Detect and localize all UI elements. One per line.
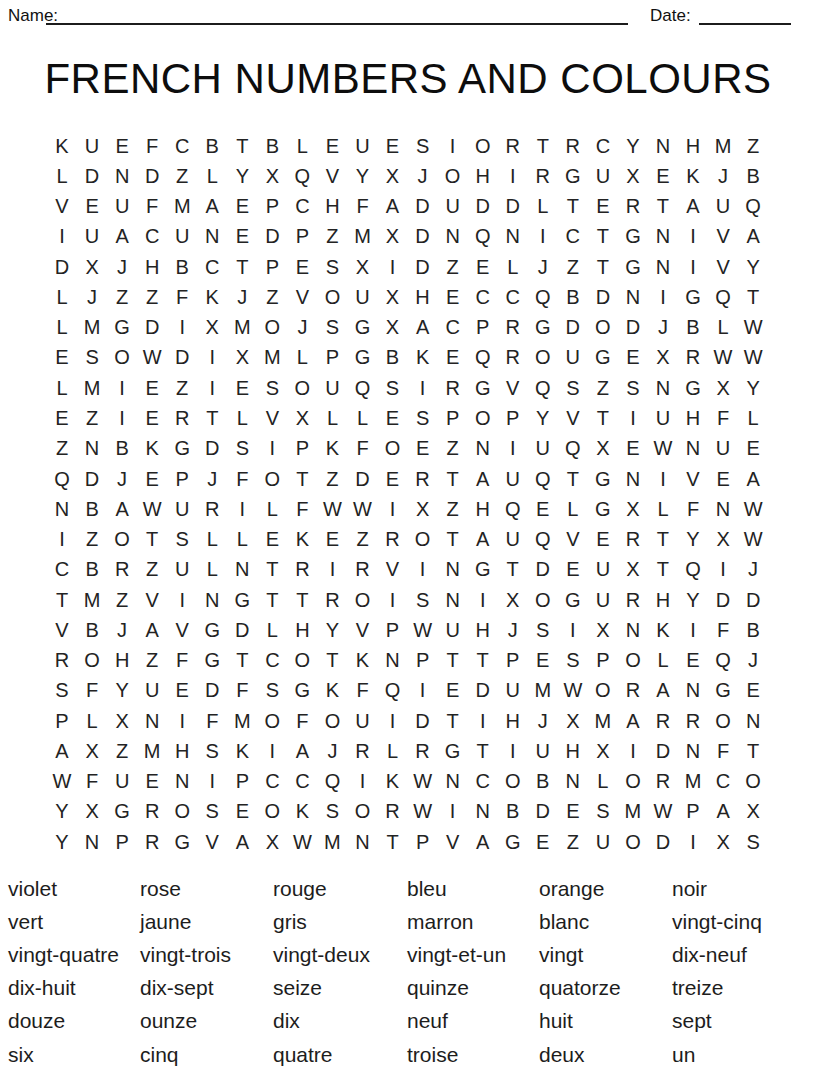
grid-cell: N [47, 494, 77, 524]
grid-cell: D [618, 313, 648, 343]
grid-cell: E [588, 524, 618, 554]
word-list-item: sept [672, 1009, 816, 1033]
grid-cell: E [47, 403, 77, 433]
grid-cell: Q [528, 524, 558, 554]
grid-cell: X [588, 736, 618, 766]
grid-cell: U [558, 343, 588, 373]
grid-cell: U [107, 192, 137, 222]
grid-cell: P [287, 222, 317, 252]
grid-cell: P [257, 252, 287, 282]
grid-cell: U [648, 403, 678, 433]
grid-cell: M [77, 585, 107, 615]
grid-cell: J [107, 464, 137, 494]
grid-cell: V [708, 222, 738, 252]
grid-cell: D [408, 222, 438, 252]
word-list-item: six [8, 1043, 140, 1067]
grid-cell: Q [528, 464, 558, 494]
word-list-item: vingt-cinq [672, 910, 816, 934]
grid-cell: O [438, 161, 468, 191]
grid-cell: Y [107, 676, 137, 706]
grid-cell: T [378, 827, 408, 857]
grid-cell: L [257, 615, 287, 645]
grid-cell: I [468, 706, 498, 736]
grid-cell: L [378, 736, 408, 766]
grid-cell: T [227, 646, 257, 676]
grid-cell: R [197, 494, 227, 524]
grid-cell: D [137, 313, 167, 343]
grid-cell: Z [77, 524, 107, 554]
grid-cell: E [528, 827, 558, 857]
grid-cell: L [47, 282, 77, 312]
grid-cell: T [438, 646, 468, 676]
grid-cell: A [738, 464, 768, 494]
grid-cell: T [588, 222, 618, 252]
grid-cell: E [227, 192, 257, 222]
word-list-item: vert [8, 910, 140, 934]
word-list-item: deux [539, 1043, 672, 1067]
word-list-item: noir [672, 877, 816, 901]
grid-cell: I [167, 585, 197, 615]
grid-cell: Z [347, 524, 377, 554]
grid-cell: K [648, 615, 678, 645]
grid-cell: Z [558, 827, 588, 857]
grid-cell: L [47, 161, 77, 191]
grid-cell: O [588, 313, 618, 343]
grid-cell: C [47, 555, 77, 585]
grid-cell: S [408, 131, 438, 161]
grid-cell: B [77, 494, 107, 524]
grid-cell: Q [378, 676, 408, 706]
grid-cell: T [588, 252, 618, 282]
grid-cell: O [317, 706, 347, 736]
grid-cell: L [77, 706, 107, 736]
grid-cell: C [137, 222, 167, 252]
grid-cell: Z [107, 585, 137, 615]
grid-cell: B [558, 282, 588, 312]
grid-cell: M [708, 131, 738, 161]
grid-cell: I [317, 555, 347, 585]
grid-cell: X [347, 252, 377, 282]
grid-cell: N [438, 767, 468, 797]
grid-cell: A [107, 494, 137, 524]
grid-cell: X [257, 161, 287, 191]
grid-cell: D [588, 282, 618, 312]
grid-cell: B [77, 615, 107, 645]
grid-cell: A [468, 827, 498, 857]
grid-cell: O [528, 343, 558, 373]
grid-cell: A [648, 676, 678, 706]
grid-cell: R [558, 131, 588, 161]
grid-cell: G [468, 373, 498, 403]
grid-cell: I [47, 524, 77, 554]
grid-cell: S [257, 373, 287, 403]
grid-cell: L [738, 403, 768, 433]
grid-cell: B [197, 131, 227, 161]
grid-cell: K [137, 434, 167, 464]
grid-cell: O [588, 676, 618, 706]
grid-cell: X [618, 555, 648, 585]
grid-cell: E [137, 403, 167, 433]
grid-cell: W [137, 343, 167, 373]
grid-cell: D [648, 827, 678, 857]
grid-cell: L [528, 192, 558, 222]
grid-cell: R [438, 373, 468, 403]
grid-cell: O [378, 434, 408, 464]
grid-cell: T [227, 131, 257, 161]
grid-cell: U [317, 373, 347, 403]
grid-cell: U [167, 494, 197, 524]
grid-cell: Q [468, 222, 498, 252]
grid-cell: Z [107, 282, 137, 312]
grid-cell: R [378, 797, 408, 827]
grid-cell: D [498, 192, 528, 222]
grid-cell: T [137, 524, 167, 554]
grid-cell: W [738, 524, 768, 554]
grid-cell: S [558, 646, 588, 676]
grid-cell: X [227, 343, 257, 373]
grid-cell: U [588, 161, 618, 191]
grid-cell: V [347, 615, 377, 645]
grid-cell: E [618, 434, 648, 464]
grid-cell: B [738, 615, 768, 645]
grid-cell: A [738, 222, 768, 252]
grid-cell: G [167, 827, 197, 857]
grid-cell: D [468, 676, 498, 706]
grid-cell: E [167, 676, 197, 706]
grid-cell: W [47, 767, 77, 797]
grid-cell: H [678, 403, 708, 433]
grid-cell: E [528, 646, 558, 676]
grid-cell: I [408, 676, 438, 706]
grid-cell: X [588, 615, 618, 645]
grid-cell: E [287, 252, 317, 282]
grid-cell: S [558, 373, 588, 403]
grid-cell: J [738, 646, 768, 676]
grid-cell: S [317, 252, 347, 282]
grid-cell: F [287, 494, 317, 524]
grid-cell: L [648, 494, 678, 524]
grid-cell: R [618, 192, 648, 222]
grid-cell: T [468, 736, 498, 766]
grid-cell: B [678, 313, 708, 343]
grid-cell: I [678, 827, 708, 857]
grid-cell: Q [678, 555, 708, 585]
grid-cell: O [738, 767, 768, 797]
grid-cell: B [107, 434, 137, 464]
grid-cell: X [77, 736, 107, 766]
grid-cell: U [137, 676, 167, 706]
grid-cell: F [197, 706, 227, 736]
grid-cell: I [498, 736, 528, 766]
grid-cell: D [227, 615, 257, 645]
grid-cell: O [468, 131, 498, 161]
grid-cell: S [588, 797, 618, 827]
grid-cell: R [137, 797, 167, 827]
grid-cell: I [708, 555, 738, 585]
grid-cell: N [648, 373, 678, 403]
grid-cell: N [227, 555, 257, 585]
grid-cell: J [77, 282, 107, 312]
grid-cell: L [197, 555, 227, 585]
grid-cell: P [107, 827, 137, 857]
grid-cell: Y [738, 373, 768, 403]
grid-cell: R [498, 131, 528, 161]
grid-cell: E [317, 131, 347, 161]
grid-cell: D [408, 252, 438, 282]
grid-cell: V [47, 192, 77, 222]
word-list-item: treize [672, 976, 816, 1000]
grid-cell: O [468, 403, 498, 433]
grid-cell: I [107, 403, 137, 433]
word-list-item: vingt-deux [273, 943, 407, 967]
grid-cell: N [648, 222, 678, 252]
grid-cell: I [378, 706, 408, 736]
grid-cell: W [738, 343, 768, 373]
grid-cell: H [137, 252, 167, 282]
grid-cell: E [438, 676, 468, 706]
grid-cell: O [618, 646, 648, 676]
grid-cell: F [167, 282, 197, 312]
grid-cell: N [738, 706, 768, 736]
grid-cell: R [618, 676, 648, 706]
grid-cell: L [227, 524, 257, 554]
grid-cell: M [77, 373, 107, 403]
grid-cell: R [378, 524, 408, 554]
grid-cell: R [347, 555, 377, 585]
grid-cell: X [77, 797, 107, 827]
grid-cell: I [167, 706, 197, 736]
grid-cell: O [618, 767, 648, 797]
grid-cell: S [167, 524, 197, 554]
word-list-item: jaune [140, 910, 273, 934]
name-blank-line [46, 1, 628, 25]
grid-cell: J [317, 736, 347, 766]
grid-cell: N [137, 706, 167, 736]
grid-cell: I [498, 434, 528, 464]
grid-cell: F [137, 131, 167, 161]
grid-cell: G [558, 585, 588, 615]
word-list-item: dix [273, 1009, 407, 1033]
grid-cell: K [408, 343, 438, 373]
grid-cell: T [438, 464, 468, 494]
grid-cell: P [408, 827, 438, 857]
grid-cell: E [257, 524, 287, 554]
grid-cell: U [107, 767, 137, 797]
grid-cell: X [107, 706, 137, 736]
grid-cell: T [498, 555, 528, 585]
grid-cell: O [257, 706, 287, 736]
grid-cell: E [678, 646, 708, 676]
grid-cell: E [558, 797, 588, 827]
grid-cell: S [317, 797, 347, 827]
grid-cell: O [408, 524, 438, 554]
grid-cell: X [738, 797, 768, 827]
grid-cell: G [468, 555, 498, 585]
word-list-item: vingt [539, 943, 672, 967]
grid-cell: C [438, 313, 468, 343]
grid-cell: Q [738, 192, 768, 222]
grid-cell: L [47, 373, 77, 403]
grid-cell: P [468, 313, 498, 343]
grid-cell: Z [438, 434, 468, 464]
word-list-item: vingt-quatre [8, 943, 140, 967]
grid-cell: D [528, 797, 558, 827]
grid-cell: N [468, 434, 498, 464]
grid-cell: D [167, 343, 197, 373]
word-list-item: neuf [407, 1009, 539, 1033]
grid-cell: B [77, 555, 107, 585]
word-list-item: quatre [273, 1043, 407, 1067]
grid-cell: E [47, 343, 77, 373]
grid-cell: V [438, 827, 468, 857]
word-list: violetroserougebleuorangenoirvertjaunegr… [8, 872, 816, 1071]
grid-cell: Q [498, 494, 528, 524]
grid-cell: H [468, 494, 498, 524]
grid-cell: W [738, 494, 768, 524]
grid-cell: I [378, 252, 408, 282]
grid-cell: A [378, 192, 408, 222]
grid-cell: T [438, 706, 468, 736]
grid-cell: U [588, 555, 618, 585]
grid-cell: E [137, 464, 167, 494]
grid-cell: U [347, 282, 377, 312]
grid-cell: R [678, 343, 708, 373]
grid-cell: Q [528, 373, 558, 403]
grid-cell: R [618, 585, 648, 615]
grid-cell: G [528, 313, 558, 343]
grid-cell: O [347, 797, 377, 827]
grid-cell: M [77, 313, 107, 343]
grid-cell: O [708, 706, 738, 736]
grid-cell: T [287, 464, 317, 494]
grid-cell: J [528, 252, 558, 282]
grid-cell: O [107, 343, 137, 373]
grid-cell: R [528, 161, 558, 191]
grid-cell: C [287, 192, 317, 222]
grid-cell: K [317, 434, 347, 464]
grid-cell: G [588, 494, 618, 524]
grid-cell: E [227, 373, 257, 403]
grid-cell: N [77, 827, 107, 857]
grid-cell: N [648, 252, 678, 282]
grid-cell: I [107, 373, 137, 403]
grid-cell: P [588, 646, 618, 676]
grid-cell: Z [438, 252, 468, 282]
grid-cell: I [438, 797, 468, 827]
grid-cell: F [347, 192, 377, 222]
grid-cell: R [648, 706, 678, 736]
grid-cell: V [708, 252, 738, 282]
grid-cell: N [77, 434, 107, 464]
grid-cell: E [618, 343, 648, 373]
grid-cell: Y [47, 797, 77, 827]
grid-cell: P [47, 706, 77, 736]
grid-cell: H [167, 736, 197, 766]
word-list-item: troise [407, 1043, 539, 1067]
grid-cell: U [528, 736, 558, 766]
grid-cell: L [287, 131, 317, 161]
grid-cell: T [528, 131, 558, 161]
grid-cell: V [287, 282, 317, 312]
word-list-item: vingt-et-un [407, 943, 539, 967]
grid-cell: N [618, 282, 648, 312]
grid-cell: K [47, 131, 77, 161]
grid-cell: H [648, 585, 678, 615]
grid-cell: E [738, 434, 768, 464]
grid-cell: S [738, 827, 768, 857]
grid-cell: X [558, 706, 588, 736]
grid-cell: N [347, 827, 377, 857]
grid-cell: L [498, 252, 528, 282]
grid-cell: N [167, 767, 197, 797]
grid-cell: E [438, 282, 468, 312]
grid-cell: T [648, 524, 678, 554]
grid-cell: N [197, 222, 227, 252]
grid-cell: D [528, 555, 558, 585]
grid-cell: V [167, 615, 197, 645]
grid-cell: U [498, 524, 528, 554]
grid-cell: U [588, 827, 618, 857]
grid-cell: T [588, 403, 618, 433]
grid-cell: G [347, 343, 377, 373]
grid-cell: F [708, 736, 738, 766]
grid-cell: E [227, 797, 257, 827]
grid-cell: Y [678, 524, 708, 554]
grid-cell: I [498, 161, 528, 191]
grid-cell: K [287, 524, 317, 554]
grid-cell: V [47, 615, 77, 645]
grid-cell: Y [347, 161, 377, 191]
grid-cell: R [137, 827, 167, 857]
grid-cell: W [317, 494, 347, 524]
grid-cell: H [107, 646, 137, 676]
grid-cell: A [107, 222, 137, 252]
grid-cell: O [257, 464, 287, 494]
grid-cell: Q [317, 767, 347, 797]
grid-cell: U [708, 434, 738, 464]
grid-cell: B [167, 252, 197, 282]
grid-cell: E [137, 373, 167, 403]
grid-cell: O [257, 797, 287, 827]
grid-cell: G [498, 827, 528, 857]
grid-cell: J [648, 313, 678, 343]
grid-cell: F [708, 403, 738, 433]
grid-cell: X [287, 403, 317, 433]
grid-cell: O [347, 585, 377, 615]
grid-cell: P [408, 646, 438, 676]
grid-cell: F [137, 192, 167, 222]
grid-cell: D [468, 192, 498, 222]
grid-cell: R [618, 524, 648, 554]
grid-cell: X [708, 827, 738, 857]
puzzle-title: FRENCH NUMBERS AND COLOURS [0, 54, 816, 104]
word-list-item: douze [8, 1009, 140, 1033]
grid-cell: Z [137, 646, 167, 676]
grid-cell: F [678, 494, 708, 524]
grid-cell: M [227, 706, 257, 736]
grid-cell: X [77, 252, 107, 282]
grid-cell: G [197, 615, 227, 645]
grid-cell: S [197, 736, 227, 766]
grid-cell: E [137, 767, 167, 797]
grid-cell: D [408, 192, 438, 222]
grid-cell: M [347, 222, 377, 252]
grid-cell: R [317, 585, 347, 615]
grid-cell: Y [738, 252, 768, 282]
grid-cell: N [678, 736, 708, 766]
grid-cell: Q [468, 343, 498, 373]
grid-cell: C [468, 767, 498, 797]
